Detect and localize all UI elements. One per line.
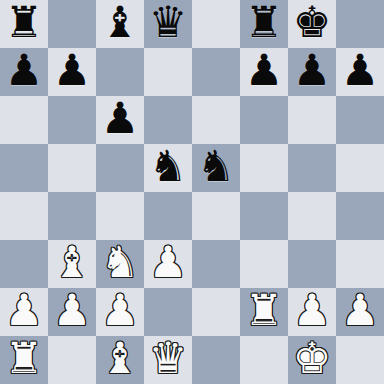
piece-black-pawn-icon[interactable]: ♟ <box>53 46 92 94</box>
square-c4[interactable] <box>96 192 144 240</box>
square-c6[interactable]: ♟ <box>96 96 144 144</box>
square-c5[interactable] <box>96 144 144 192</box>
square-h2[interactable]: ♟ <box>336 288 384 336</box>
piece-white-bishop-icon[interactable]: ♝ <box>101 334 140 382</box>
piece-black-pawn-icon[interactable]: ♟ <box>293 46 332 94</box>
square-g8[interactable]: ♚ <box>288 0 336 48</box>
piece-white-rook-icon[interactable]: ♜ <box>5 334 44 382</box>
square-h4[interactable] <box>336 192 384 240</box>
square-g1[interactable]: ♚ <box>288 336 336 384</box>
square-h7[interactable]: ♟ <box>336 48 384 96</box>
piece-black-knight-icon[interactable]: ♞ <box>197 142 236 190</box>
square-c3[interactable]: ♞ <box>96 240 144 288</box>
piece-white-pawn-icon[interactable]: ♟ <box>53 286 92 334</box>
square-a2[interactable]: ♟ <box>0 288 48 336</box>
square-c8[interactable]: ♝ <box>96 0 144 48</box>
square-h6[interactable] <box>336 96 384 144</box>
square-a1[interactable]: ♜ <box>0 336 48 384</box>
chess-board: ♜♝♛♜♚♟♟♟♟♟♟♞♞♝♞♟♟♟♟♜♟♟♜♝♛♚ <box>0 0 384 384</box>
square-h5[interactable] <box>336 144 384 192</box>
square-e3[interactable] <box>192 240 240 288</box>
piece-black-knight-icon[interactable]: ♞ <box>149 142 188 190</box>
square-g5[interactable] <box>288 144 336 192</box>
square-f7[interactable]: ♟ <box>240 48 288 96</box>
square-b4[interactable] <box>48 192 96 240</box>
square-a8[interactable]: ♜ <box>0 0 48 48</box>
square-b8[interactable] <box>48 0 96 48</box>
piece-white-pawn-icon[interactable]: ♟ <box>101 286 140 334</box>
square-g7[interactable]: ♟ <box>288 48 336 96</box>
square-g3[interactable] <box>288 240 336 288</box>
square-d6[interactable] <box>144 96 192 144</box>
square-b7[interactable]: ♟ <box>48 48 96 96</box>
piece-black-pawn-icon[interactable]: ♟ <box>101 94 140 142</box>
piece-white-rook-icon[interactable]: ♜ <box>245 286 284 334</box>
square-b3[interactable]: ♝ <box>48 240 96 288</box>
square-b1[interactable] <box>48 336 96 384</box>
square-c2[interactable]: ♟ <box>96 288 144 336</box>
piece-black-pawn-icon[interactable]: ♟ <box>245 46 284 94</box>
square-d2[interactable] <box>144 288 192 336</box>
square-d8[interactable]: ♛ <box>144 0 192 48</box>
piece-white-king-icon[interactable]: ♚ <box>293 334 332 382</box>
square-b5[interactable] <box>48 144 96 192</box>
square-a5[interactable] <box>0 144 48 192</box>
square-f8[interactable]: ♜ <box>240 0 288 48</box>
square-f5[interactable] <box>240 144 288 192</box>
square-c1[interactable]: ♝ <box>96 336 144 384</box>
square-d3[interactable]: ♟ <box>144 240 192 288</box>
piece-black-bishop-icon[interactable]: ♝ <box>101 0 140 46</box>
square-e7[interactable] <box>192 48 240 96</box>
square-d4[interactable] <box>144 192 192 240</box>
piece-black-rook-icon[interactable]: ♜ <box>5 0 44 46</box>
square-h3[interactable] <box>336 240 384 288</box>
square-a3[interactable] <box>0 240 48 288</box>
piece-black-pawn-icon[interactable]: ♟ <box>5 46 44 94</box>
piece-black-pawn-icon[interactable]: ♟ <box>341 46 380 94</box>
square-f1[interactable] <box>240 336 288 384</box>
piece-white-knight-icon[interactable]: ♞ <box>101 238 140 286</box>
square-d1[interactable]: ♛ <box>144 336 192 384</box>
piece-white-pawn-icon[interactable]: ♟ <box>5 286 44 334</box>
piece-black-rook-icon[interactable]: ♜ <box>245 0 284 46</box>
piece-white-bishop-icon[interactable]: ♝ <box>53 238 92 286</box>
square-d5[interactable]: ♞ <box>144 144 192 192</box>
square-e6[interactable] <box>192 96 240 144</box>
square-e2[interactable] <box>192 288 240 336</box>
square-e1[interactable] <box>192 336 240 384</box>
square-g6[interactable] <box>288 96 336 144</box>
piece-black-king-icon[interactable]: ♚ <box>293 0 332 46</box>
square-g2[interactable]: ♟ <box>288 288 336 336</box>
square-b6[interactable] <box>48 96 96 144</box>
piece-white-pawn-icon[interactable]: ♟ <box>293 286 332 334</box>
chess-board-container: ♜♝♛♜♚♟♟♟♟♟♟♞♞♝♞♟♟♟♟♜♟♟♜♝♛♚ <box>0 0 384 384</box>
piece-black-queen-icon[interactable]: ♛ <box>149 0 188 46</box>
square-h8[interactable] <box>336 0 384 48</box>
square-f6[interactable] <box>240 96 288 144</box>
square-a6[interactable] <box>0 96 48 144</box>
square-h1[interactable] <box>336 336 384 384</box>
square-e4[interactable] <box>192 192 240 240</box>
square-f2[interactable]: ♜ <box>240 288 288 336</box>
piece-white-pawn-icon[interactable]: ♟ <box>341 286 380 334</box>
square-a4[interactable] <box>0 192 48 240</box>
square-f4[interactable] <box>240 192 288 240</box>
square-e8[interactable] <box>192 0 240 48</box>
square-f3[interactable] <box>240 240 288 288</box>
square-b2[interactable]: ♟ <box>48 288 96 336</box>
square-a7[interactable]: ♟ <box>0 48 48 96</box>
square-d7[interactable] <box>144 48 192 96</box>
piece-white-queen-icon[interactable]: ♛ <box>149 334 188 382</box>
square-c7[interactable] <box>96 48 144 96</box>
square-e5[interactable]: ♞ <box>192 144 240 192</box>
square-g4[interactable] <box>288 192 336 240</box>
piece-white-pawn-icon[interactable]: ♟ <box>149 238 188 286</box>
